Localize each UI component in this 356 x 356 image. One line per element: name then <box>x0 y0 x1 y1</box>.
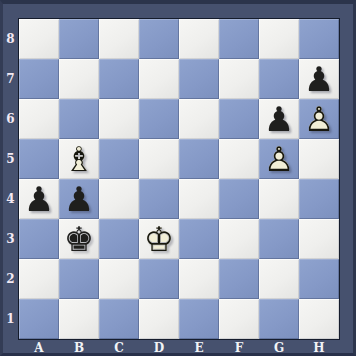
black-pawn-h7[interactable]: ♟ <box>299 59 339 99</box>
square-a4[interactable]: ♟ <box>19 179 59 219</box>
square-e5[interactable] <box>179 139 219 179</box>
square-g3[interactable] <box>259 219 299 259</box>
square-b2[interactable] <box>59 259 99 299</box>
square-f4[interactable] <box>219 179 259 219</box>
square-f1[interactable] <box>219 299 259 339</box>
square-f8[interactable] <box>219 19 259 59</box>
white-king-d3[interactable]: ♚♔ <box>139 219 179 259</box>
square-a1[interactable] <box>19 299 59 339</box>
square-e2[interactable] <box>179 259 219 299</box>
rank-label-3: 3 <box>3 219 18 259</box>
white-pawn-g5[interactable]: ♟♙ <box>259 139 299 179</box>
file-label-c: C <box>99 341 139 355</box>
square-h7[interactable]: ♟ <box>299 59 339 99</box>
rank-label-4: 4 <box>3 179 18 219</box>
black-piece-glyph: ♟ <box>59 179 99 219</box>
square-d3[interactable]: ♚♔ <box>139 219 179 259</box>
square-f6[interactable] <box>219 99 259 139</box>
file-label-f: F <box>219 341 259 355</box>
square-b7[interactable] <box>59 59 99 99</box>
square-a5[interactable] <box>19 139 59 179</box>
white-piece-outline-glyph: ♔ <box>139 219 179 259</box>
black-piece-glyph: ♚ <box>59 219 99 259</box>
chess-board: ♟♟♟♙♝♗♟♙♟♟♚♚♔ <box>18 18 340 340</box>
square-c5[interactable] <box>99 139 139 179</box>
black-piece-glyph: ♟ <box>19 179 59 219</box>
file-label-g: G <box>259 341 299 355</box>
square-g4[interactable] <box>259 179 299 219</box>
square-a8[interactable] <box>19 19 59 59</box>
file-labels: ABCDEFGH <box>18 341 340 356</box>
square-a6[interactable] <box>19 99 59 139</box>
square-e6[interactable] <box>179 99 219 139</box>
square-d8[interactable] <box>139 19 179 59</box>
file-label-a: A <box>19 341 59 355</box>
square-g1[interactable] <box>259 299 299 339</box>
black-piece-glyph: ♟ <box>299 59 339 99</box>
square-d4[interactable] <box>139 179 179 219</box>
square-a7[interactable] <box>19 59 59 99</box>
rank-label-1: 1 <box>3 299 18 339</box>
square-g5[interactable]: ♟♙ <box>259 139 299 179</box>
square-g7[interactable] <box>259 59 299 99</box>
square-f3[interactable] <box>219 219 259 259</box>
square-b1[interactable] <box>59 299 99 339</box>
square-d5[interactable] <box>139 139 179 179</box>
black-king-b3[interactable]: ♚ <box>59 219 99 259</box>
square-h6[interactable]: ♟♙ <box>299 99 339 139</box>
rank-labels: 87654321 <box>3 18 18 340</box>
square-b3[interactable]: ♚ <box>59 219 99 259</box>
square-d6[interactable] <box>139 99 179 139</box>
square-c2[interactable] <box>99 259 139 299</box>
file-label-b: B <box>59 341 99 355</box>
square-h8[interactable] <box>299 19 339 59</box>
square-g2[interactable] <box>259 259 299 299</box>
chess-diagram-frame: 87654321 ♟♟♟♙♝♗♟♙♟♟♚♚♔ ABCDEFGH <box>0 0 356 356</box>
square-e4[interactable] <box>179 179 219 219</box>
square-c6[interactable] <box>99 99 139 139</box>
square-c7[interactable] <box>99 59 139 99</box>
rank-label-7: 7 <box>3 59 18 99</box>
square-d1[interactable] <box>139 299 179 339</box>
square-g8[interactable] <box>259 19 299 59</box>
white-pawn-h6[interactable]: ♟♙ <box>299 99 339 139</box>
square-a2[interactable] <box>19 259 59 299</box>
square-f5[interactable] <box>219 139 259 179</box>
rank-label-5: 5 <box>3 139 18 179</box>
black-pawn-a4[interactable]: ♟ <box>19 179 59 219</box>
white-piece-outline-glyph: ♙ <box>259 139 299 179</box>
square-a3[interactable] <box>19 219 59 259</box>
black-piece-glyph: ♟ <box>259 99 299 139</box>
square-c3[interactable] <box>99 219 139 259</box>
square-c8[interactable] <box>99 19 139 59</box>
square-g6[interactable]: ♟ <box>259 99 299 139</box>
square-h4[interactable] <box>299 179 339 219</box>
square-b8[interactable] <box>59 19 99 59</box>
file-label-h: H <box>299 341 339 355</box>
square-d2[interactable] <box>139 259 179 299</box>
square-h2[interactable] <box>299 259 339 299</box>
square-c4[interactable] <box>99 179 139 219</box>
square-e7[interactable] <box>179 59 219 99</box>
rank-label-6: 6 <box>3 99 18 139</box>
square-e3[interactable] <box>179 219 219 259</box>
square-b6[interactable] <box>59 99 99 139</box>
black-pawn-b4[interactable]: ♟ <box>59 179 99 219</box>
square-e1[interactable] <box>179 299 219 339</box>
white-bishop-b5[interactable]: ♝♗ <box>59 139 99 179</box>
square-h3[interactable] <box>299 219 339 259</box>
square-f2[interactable] <box>219 259 259 299</box>
file-label-e: E <box>179 341 219 355</box>
square-h1[interactable] <box>299 299 339 339</box>
rank-label-8: 8 <box>3 19 18 59</box>
square-d7[interactable] <box>139 59 179 99</box>
square-c1[interactable] <box>99 299 139 339</box>
square-e8[interactable] <box>179 19 219 59</box>
square-f7[interactable] <box>219 59 259 99</box>
square-b5[interactable]: ♝♗ <box>59 139 99 179</box>
white-piece-outline-glyph: ♗ <box>59 139 99 179</box>
square-h5[interactable] <box>299 139 339 179</box>
black-pawn-g6[interactable]: ♟ <box>259 99 299 139</box>
file-label-d: D <box>139 341 179 355</box>
rank-label-2: 2 <box>3 259 18 299</box>
square-b4[interactable]: ♟ <box>59 179 99 219</box>
white-piece-outline-glyph: ♙ <box>299 99 339 139</box>
